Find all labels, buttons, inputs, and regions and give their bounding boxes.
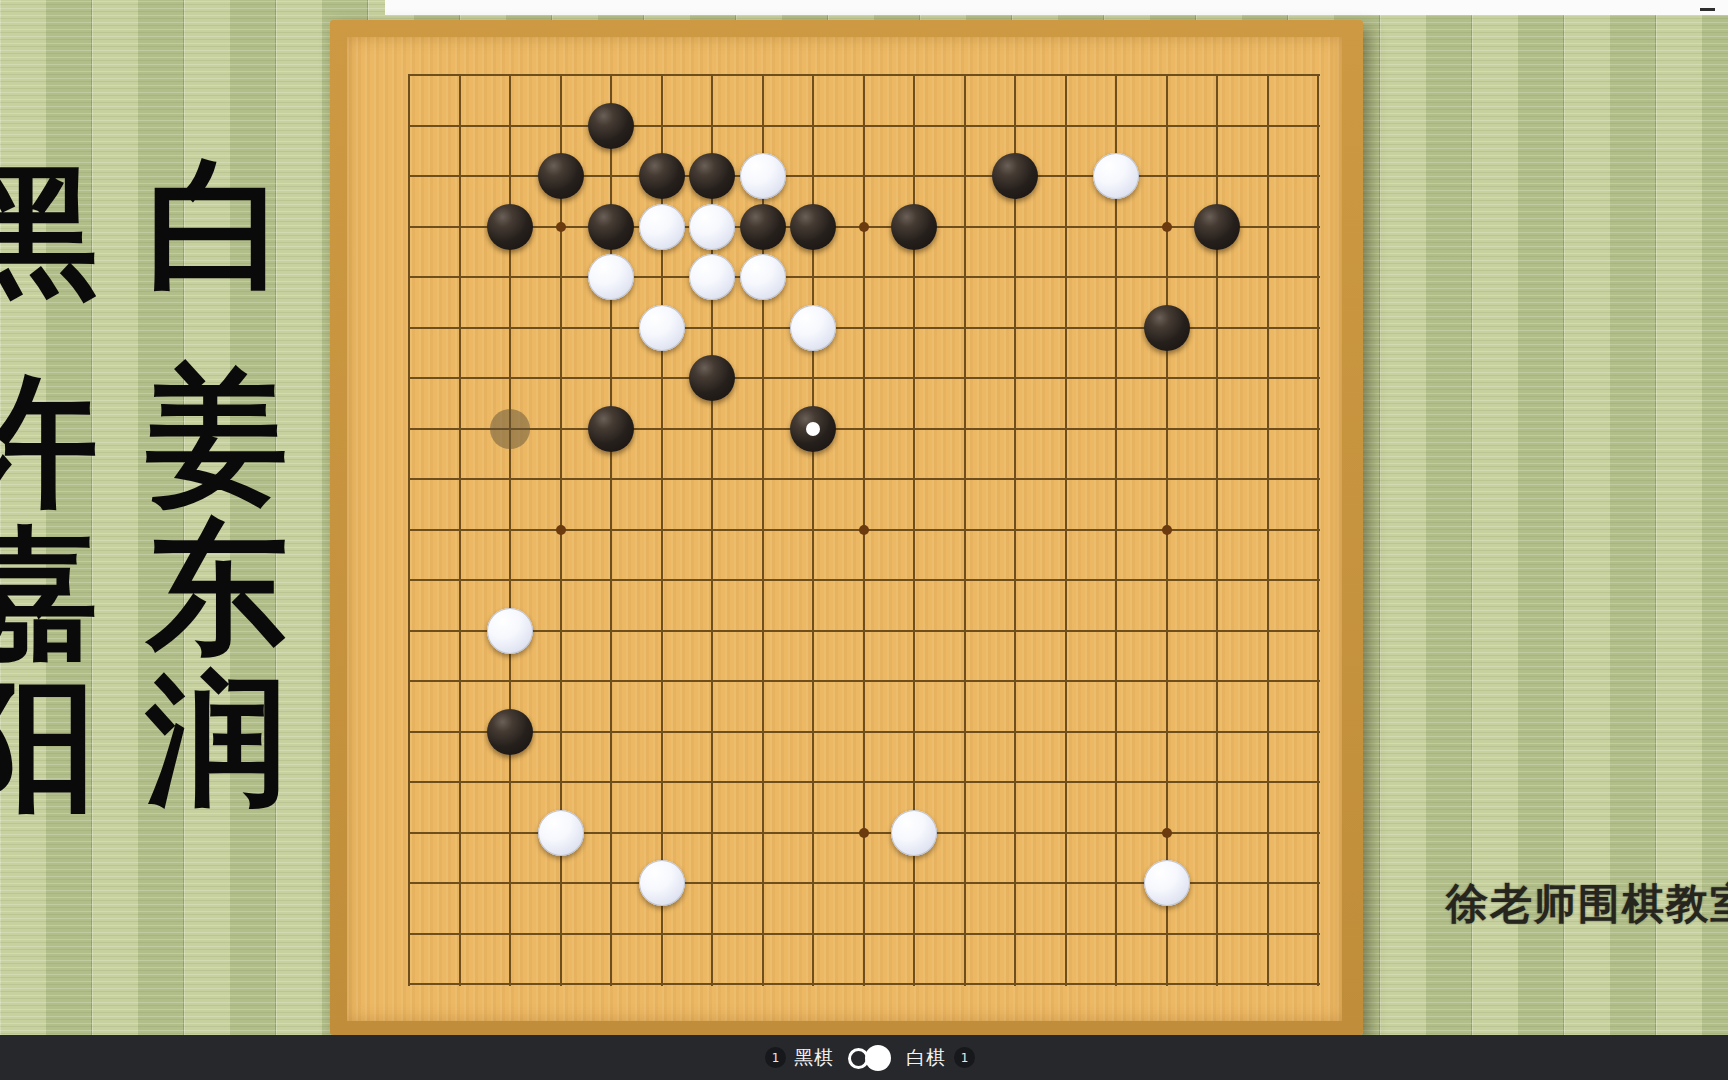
- hoshi-star-point: [859, 828, 869, 838]
- app-window: 黑许嘉阳 白姜东润 徐老师围棋教室 1 黑棋 白棋 1: [0, 0, 1728, 1080]
- hoshi-star-point: [1162, 828, 1172, 838]
- black-stone: [588, 103, 634, 149]
- player-white-name-column: 白姜东润: [142, 150, 292, 816]
- black-stone: [588, 204, 634, 250]
- black-stone: [487, 709, 533, 755]
- white-stone: [639, 305, 685, 351]
- player-color-header: 黑: [0, 156, 102, 308]
- grid-line-horizontal: [408, 781, 1320, 783]
- white-stone-icon: [865, 1045, 891, 1071]
- black-count-badge: 1: [765, 1047, 786, 1068]
- last-move-marker: [806, 422, 820, 436]
- black-stone: [992, 153, 1038, 199]
- grid-line-vertical: [1065, 74, 1067, 986]
- black-stone: [1194, 204, 1240, 250]
- grid-line-horizontal: [408, 680, 1320, 682]
- black-stone: [689, 153, 735, 199]
- grid-line-horizontal: [408, 579, 1320, 581]
- board-field[interactable]: [347, 37, 1342, 1021]
- white-stone: [639, 204, 685, 250]
- board-grid: [409, 75, 1319, 985]
- black-stone: [538, 153, 584, 199]
- minimize-icon[interactable]: [1700, 8, 1715, 11]
- hoshi-star-point: [1162, 525, 1172, 535]
- black-stone: [588, 406, 634, 452]
- go-board: [330, 20, 1363, 1035]
- white-stone: [740, 254, 786, 300]
- hoshi-star-point: [859, 525, 869, 535]
- white-stone: [538, 810, 584, 856]
- white-count-badge: 1: [954, 1047, 975, 1068]
- grid-line-horizontal: [408, 933, 1320, 935]
- white-stone: [891, 810, 937, 856]
- grid-line-vertical: [1267, 74, 1269, 986]
- black-label: 黑棋: [794, 1045, 834, 1071]
- player-name-char: 润: [142, 664, 292, 816]
- player-black-name-column: 黑许嘉阳: [0, 156, 102, 822]
- grid-line-horizontal: [408, 983, 1320, 985]
- player-name-char: 阳: [0, 670, 102, 822]
- white-stone: [639, 860, 685, 906]
- watermark-text: 徐老师围棋教室: [1446, 876, 1728, 932]
- grid-line-horizontal: [408, 731, 1320, 733]
- black-stone: [790, 406, 836, 452]
- hoshi-star-point: [859, 222, 869, 232]
- black-stone: [639, 153, 685, 199]
- white-stone: [740, 153, 786, 199]
- white-label: 白棋: [906, 1045, 946, 1071]
- window-top-strip: [385, 0, 1728, 15]
- white-stone: [689, 254, 735, 300]
- grid-line-vertical: [1115, 74, 1117, 986]
- black-stone: [740, 204, 786, 250]
- player-name-char: 姜: [142, 360, 292, 512]
- white-stone: [1144, 860, 1190, 906]
- player-name-char: 嘉: [0, 518, 102, 670]
- grid-line-vertical: [964, 74, 966, 986]
- black-stone: [1144, 305, 1190, 351]
- black-stone: [487, 204, 533, 250]
- bottom-bar: 1 黑棋 白棋 1: [0, 1035, 1728, 1080]
- bottom-bar-controls: 1 黑棋 白棋 1: [765, 1035, 975, 1080]
- grid-line-vertical: [1014, 74, 1016, 986]
- grid-line-vertical: [1317, 74, 1319, 986]
- player-name-char: 东: [142, 512, 292, 664]
- color-toggle[interactable]: [846, 1044, 894, 1072]
- player-color-header: 白: [142, 150, 292, 302]
- black-stone: [891, 204, 937, 250]
- hoshi-star-point: [556, 525, 566, 535]
- white-stone: [689, 204, 735, 250]
- hoshi-star-point: [556, 222, 566, 232]
- black-stone: [689, 355, 735, 401]
- player-name-char: 许: [0, 366, 102, 518]
- black-stone: [790, 204, 836, 250]
- hoshi-star-point: [1162, 222, 1172, 232]
- white-stone: [588, 254, 634, 300]
- ghost-stone: [490, 409, 530, 449]
- white-stone: [1093, 153, 1139, 199]
- white-stone: [790, 305, 836, 351]
- white-stone: [487, 608, 533, 654]
- grid-line-horizontal: [408, 630, 1320, 632]
